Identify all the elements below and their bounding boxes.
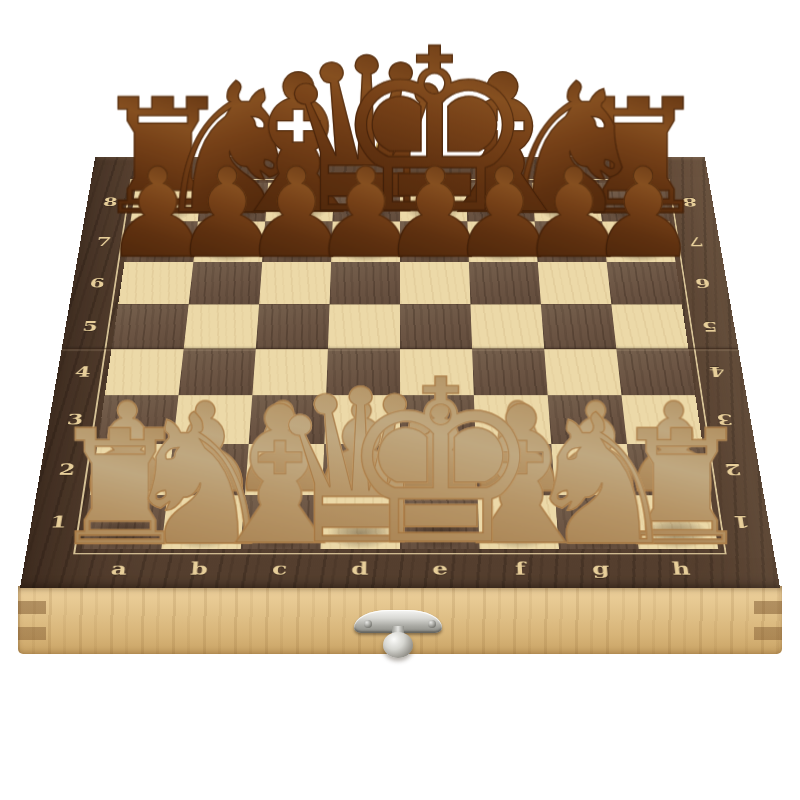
finger-joints-right <box>754 590 782 650</box>
clasp-knob <box>383 632 413 658</box>
clasp-screw-right <box>428 620 436 628</box>
coord-rank-right-5: 5 <box>682 304 738 348</box>
coord-rank-left-5: 5 <box>62 304 118 348</box>
clasp <box>352 608 448 660</box>
square-a5[interactable] <box>112 304 189 348</box>
square-h5[interactable] <box>611 304 688 348</box>
clasp-screw-left <box>364 620 372 628</box>
board-perspective: 8765432187654321abcdefgh ♜♞♝♛♚♝♞♜♟♟♟♟♟♟♟… <box>20 0 780 588</box>
piece-light-king[interactable]: ♚ <box>339 349 542 576</box>
board-grid: ♜♞♝♛♚♝♞♜♟♟♟♟♟♟♟♟♟♟♟♟♟♟♟♟♜♞♝♛♚♝♞♜ <box>82 183 718 549</box>
square-h7[interactable]: ♟ <box>602 222 675 263</box>
square-b5[interactable] <box>184 304 259 348</box>
chess-set-photo: 8765432187654321abcdefgh ♜♞♝♛♚♝♞♜♟♟♟♟♟♟♟… <box>0 0 800 800</box>
board-frame: 8765432187654321abcdefgh ♜♞♝♛♚♝♞♜♟♟♟♟♟♟♟… <box>20 157 780 588</box>
square-c5[interactable] <box>256 304 330 348</box>
piece-dark-pawn[interactable]: ♟ <box>587 151 698 274</box>
finger-joints-left <box>18 590 46 650</box>
square-g5[interactable] <box>541 304 616 348</box>
square-e1[interactable]: ♚ <box>400 495 480 549</box>
